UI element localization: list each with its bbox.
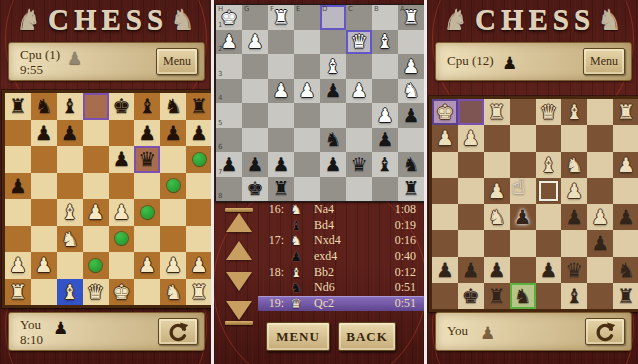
square-a2[interactable]: ♟ xyxy=(5,252,31,279)
square-d4[interactable]: ♟ xyxy=(320,79,346,104)
square-e5[interactable] xyxy=(109,173,135,200)
square-e2[interactable] xyxy=(109,252,135,279)
square-a8[interactable]: ♜ xyxy=(398,177,424,202)
white-bishop[interactable]: ♝ xyxy=(57,199,83,226)
square-h1[interactable]: ♚ xyxy=(432,99,458,125)
white-pawn[interactable]: ♟ xyxy=(83,199,109,226)
square-h1[interactable]: ♜ xyxy=(186,279,211,306)
legal-move-dot[interactable] xyxy=(89,259,102,272)
white-bishop[interactable]: ♝ xyxy=(57,279,83,306)
square-f4[interactable]: ♟ xyxy=(484,178,510,204)
white-bishop[interactable]: ♝ xyxy=(320,54,346,79)
black-knight[interactable]: ♞ xyxy=(160,93,186,120)
square-h7[interactable]: ♟ xyxy=(432,257,458,283)
black-rook[interactable]: ♜ xyxy=(186,93,211,120)
square-a1[interactable]: ♜ xyxy=(613,99,638,125)
black-king[interactable]: ♚ xyxy=(109,93,135,120)
square-e6[interactable] xyxy=(510,230,536,256)
step-back-button[interactable] xyxy=(222,238,256,263)
square-b7[interactable]: ♟ xyxy=(31,120,57,147)
square-c1[interactable]: C xyxy=(346,5,372,30)
square-d8[interactable] xyxy=(320,177,346,202)
black-pawn[interactable]: ♟ xyxy=(587,230,613,256)
square-g3[interactable] xyxy=(458,152,484,178)
square-d5[interactable] xyxy=(536,204,562,230)
square-c4[interactable]: ♟ xyxy=(561,178,587,204)
app-title-text: CHESS xyxy=(48,4,168,37)
square-h4[interactable] xyxy=(432,178,458,204)
black-bishop[interactable]: ♝ xyxy=(134,93,160,120)
square-c3[interactable] xyxy=(346,54,372,79)
square-d3[interactable] xyxy=(83,226,109,253)
square-e3[interactable] xyxy=(294,54,320,79)
right-undo-button[interactable] xyxy=(585,318,625,345)
square-d4[interactable]: ♟ xyxy=(83,199,109,226)
square-d4[interactable] xyxy=(536,178,562,204)
black-pawn[interactable]: ♟ xyxy=(372,128,398,153)
square-h7[interactable]: ♟7 xyxy=(216,152,242,177)
square-g1[interactable] xyxy=(458,99,484,125)
black-pawn[interactable]: ♟ xyxy=(31,120,57,147)
square-h8[interactable]: ♜ xyxy=(186,93,211,120)
square-a6[interactable] xyxy=(613,230,638,256)
square-b7[interactable]: ♝ xyxy=(372,152,398,177)
square-a7[interactable]: ♞ xyxy=(398,152,424,177)
square-c7[interactable]: ♟ xyxy=(57,120,83,147)
square-e4[interactable]: ♟ xyxy=(294,79,320,104)
square-b1[interactable] xyxy=(587,99,613,125)
square-b8[interactable]: ♞ xyxy=(31,93,57,120)
square-f8[interactable]: ♜ xyxy=(268,177,294,202)
square-b2[interactable]: ♟ xyxy=(31,252,57,279)
black-pawn[interactable]: ♟ xyxy=(561,204,587,230)
square-g5[interactable] xyxy=(160,173,186,200)
square-a2[interactable] xyxy=(613,125,638,151)
square-g7[interactable]: ♟ xyxy=(242,152,268,177)
opponent-name: Cpu (1) xyxy=(20,47,60,63)
square-d2[interactable] xyxy=(536,125,562,151)
square-a5[interactable]: ♟ xyxy=(5,173,31,200)
square-a6[interactable] xyxy=(5,146,31,173)
square-f5[interactable] xyxy=(134,173,160,200)
legal-move-dot[interactable] xyxy=(141,206,154,219)
square-d5[interactable] xyxy=(83,173,109,200)
square-e1[interactable] xyxy=(510,99,536,125)
square-b5[interactable] xyxy=(31,173,57,200)
square-g8[interactable]: ♚ xyxy=(458,283,484,309)
square-g4[interactable] xyxy=(242,79,268,104)
square-g6[interactable] xyxy=(458,230,484,256)
black-pawn[interactable]: ♟ xyxy=(320,152,346,177)
white-pawn[interactable]: ♟ xyxy=(5,252,31,279)
square-f6[interactable]: ♛ xyxy=(134,146,160,173)
square-c1[interactable]: ♝ xyxy=(561,99,587,125)
square-f3[interactable] xyxy=(134,226,160,253)
white-rook[interactable]: ♜ xyxy=(613,99,638,125)
square-c3[interactable]: ♞ xyxy=(561,152,587,178)
square-a5[interactable]: ♟ xyxy=(398,103,424,128)
move-row[interactable]: 16:♞Na41:08 xyxy=(258,202,424,218)
left-undo-button[interactable] xyxy=(158,318,198,345)
square-c8[interactable] xyxy=(346,177,372,202)
square-c6[interactable] xyxy=(346,128,372,153)
square-f7[interactable]: ♟ xyxy=(268,152,294,177)
square-d3[interactable]: ♝ xyxy=(320,54,346,79)
move-row[interactable]: 17:♞Nxd40:16 xyxy=(258,233,424,249)
move-row[interactable]: 18:♝Bb20:12 xyxy=(258,264,424,280)
white-knight[interactable]: ♞ xyxy=(561,152,587,178)
square-d6[interactable]: ♞ xyxy=(320,128,346,153)
square-d6[interactable] xyxy=(83,146,109,173)
square-a4[interactable] xyxy=(613,178,638,204)
square-d2[interactable] xyxy=(83,252,109,279)
opponent-pawn-icon: ♟ xyxy=(502,52,517,76)
square-e2[interactable] xyxy=(510,125,536,151)
square-h3[interactable]: 3 xyxy=(216,54,242,79)
white-bishop[interactable]: ♝ xyxy=(561,99,587,125)
square-a8[interactable]: ♜ xyxy=(5,93,31,120)
right-menu-button[interactable]: Menu xyxy=(583,48,625,75)
square-e2[interactable] xyxy=(294,30,320,55)
legal-move-dot[interactable] xyxy=(115,232,128,245)
white-pawn[interactable]: ♟ xyxy=(109,199,135,226)
white-pawn[interactable]: ♟ xyxy=(613,152,638,178)
white-queen[interactable]: ♛ xyxy=(536,99,562,125)
white-pawn[interactable]: ♟ xyxy=(587,204,613,230)
black-pawn[interactable]: ♟ xyxy=(242,152,268,177)
middle-back-button[interactable]: BACK xyxy=(338,322,396,351)
black-pawn[interactable]: ♟ xyxy=(320,79,346,104)
left-menu-button[interactable]: Menu xyxy=(156,48,198,75)
white-pawn[interactable]: ♟ xyxy=(294,79,320,104)
white-knight[interactable]: ♞ xyxy=(484,204,510,230)
skip-to-start-button[interactable] xyxy=(222,207,256,232)
square-c5[interactable]: ♟ xyxy=(561,204,587,230)
square-a3[interactable] xyxy=(5,226,31,253)
white-rook[interactable]: ♜ xyxy=(186,279,211,306)
move-row[interactable]: ♝Bd40:19 xyxy=(258,218,424,234)
square-a4[interactable] xyxy=(5,199,31,226)
rank-label: 4 xyxy=(218,95,222,102)
square-h5[interactable]: 5 xyxy=(216,103,242,128)
white-king[interactable]: ♚ xyxy=(432,99,458,125)
square-h4[interactable] xyxy=(186,199,211,226)
black-rook[interactable]: ♜ xyxy=(398,177,424,202)
square-h6[interactable] xyxy=(186,146,211,173)
black-knight[interactable]: ♞ xyxy=(320,128,346,153)
white-pawn[interactable]: ♟ xyxy=(561,178,587,204)
square-c4[interactable]: ♟ xyxy=(346,79,372,104)
white-king[interactable]: ♚ xyxy=(109,279,135,306)
square-a7[interactable]: ♞ xyxy=(613,257,638,283)
black-king[interactable]: ♚ xyxy=(458,283,484,309)
black-pawn[interactable]: ♟ xyxy=(613,204,638,230)
square-a4[interactable]: ♞ xyxy=(398,79,424,104)
black-pawn[interactable]: ♟ xyxy=(109,146,135,173)
square-e6[interactable]: ♟ xyxy=(109,146,135,173)
white-queen[interactable]: ♛ xyxy=(346,30,372,55)
square-g6[interactable] xyxy=(242,128,268,153)
white-pawn[interactable]: ♟ xyxy=(458,125,484,151)
move-row[interactable]: ♞Nd60:51 xyxy=(258,280,424,296)
square-g2[interactable]: ♟ xyxy=(160,252,186,279)
black-bishop[interactable]: ♝ xyxy=(561,283,587,309)
white-queen[interactable]: ♛ xyxy=(83,279,109,306)
black-pawn[interactable]: ♟ xyxy=(57,120,83,147)
white-pawn[interactable]: ♟ xyxy=(484,178,510,204)
black-rook[interactable]: ♜ xyxy=(613,283,638,309)
square-c7[interactable]: ♛ xyxy=(561,257,587,283)
square-d7[interactable]: ♟ xyxy=(536,257,562,283)
square-f4[interactable] xyxy=(134,199,160,226)
middle-menu-button[interactable]: MENU xyxy=(266,322,330,351)
square-g8[interactable]: ♞ xyxy=(160,93,186,120)
square-h8[interactable] xyxy=(432,283,458,309)
square-g4[interactable] xyxy=(458,178,484,204)
square-e8[interactable]: ♞ xyxy=(510,283,536,309)
square-a2[interactable] xyxy=(398,30,424,55)
black-queen[interactable]: ♛ xyxy=(134,146,160,173)
square-h2[interactable]: ♟ xyxy=(186,252,211,279)
square-b6[interactable] xyxy=(31,146,57,173)
white-knight[interactable]: ♞ xyxy=(57,226,83,253)
square-b4[interactable] xyxy=(372,79,398,104)
square-h7[interactable]: ♟ xyxy=(186,120,211,147)
white-knight[interactable]: ♞ xyxy=(160,279,186,306)
square-e7[interactable] xyxy=(109,120,135,147)
square-d3[interactable]: ♝ xyxy=(536,152,562,178)
white-knight[interactable]: ♞ xyxy=(398,79,424,104)
square-e4[interactable]: ♟ xyxy=(109,199,135,226)
skip-to-end-button[interactable] xyxy=(222,300,256,325)
square-c5[interactable] xyxy=(346,103,372,128)
square-d5[interactable] xyxy=(320,103,346,128)
square-g3[interactable] xyxy=(160,226,186,253)
square-b7[interactable] xyxy=(587,257,613,283)
black-pawn[interactable]: ♟ xyxy=(510,204,536,230)
square-h3[interactable] xyxy=(432,152,458,178)
square-b3[interactable] xyxy=(31,226,57,253)
square-d7[interactable]: ♟ xyxy=(320,152,346,177)
square-f8[interactable]: ♝ xyxy=(134,93,160,120)
square-g6[interactable] xyxy=(160,146,186,173)
square-d8[interactable] xyxy=(83,93,109,120)
square-b6[interactable]: ♟ xyxy=(587,230,613,256)
square-g4[interactable] xyxy=(160,199,186,226)
screenshots-strip: ♞ CHESS ♞ Cpu (1) ♟ 9:55 Menu ♜♞♝♚♝♞♜♟♟♟… xyxy=(0,0,638,364)
square-e6[interactable] xyxy=(294,128,320,153)
white-pawn[interactable]: ♟ xyxy=(346,79,372,104)
square-h5[interactable] xyxy=(432,204,458,230)
square-a6[interactable] xyxy=(398,128,424,153)
square-b8[interactable] xyxy=(372,177,398,202)
square-f2[interactable] xyxy=(268,30,294,55)
square-b5[interactable]: ♟ xyxy=(372,103,398,128)
black-pawn[interactable]: ♟ xyxy=(160,120,186,147)
square-f2[interactable]: ♟ xyxy=(134,252,160,279)
square-g1[interactable]: G xyxy=(242,5,268,30)
square-h4[interactable]: 4 xyxy=(216,79,242,104)
square-f1[interactable]: ♜F xyxy=(268,5,294,30)
square-g5[interactable] xyxy=(458,204,484,230)
square-e7[interactable] xyxy=(294,152,320,177)
square-f1[interactable] xyxy=(134,279,160,306)
square-e4[interactable]: ☝ xyxy=(510,178,536,204)
square-f4[interactable]: ♟ xyxy=(268,79,294,104)
black-knight[interactable]: ♞ xyxy=(31,93,57,120)
square-b2[interactable]: ♝ xyxy=(372,30,398,55)
black-pawn[interactable]: ♟ xyxy=(268,152,294,177)
square-c8[interactable]: ♝ xyxy=(561,283,587,309)
white-pawn[interactable]: ♟ xyxy=(31,252,57,279)
square-c2[interactable] xyxy=(57,252,83,279)
square-e8[interactable] xyxy=(294,177,320,202)
white-bishop[interactable]: ♝ xyxy=(372,30,398,55)
square-c3[interactable]: ♞ xyxy=(57,226,83,253)
square-g2[interactable]: ♟ xyxy=(458,125,484,151)
square-b6[interactable]: ♟ xyxy=(372,128,398,153)
square-g1[interactable]: ♞ xyxy=(160,279,186,306)
square-b1[interactable] xyxy=(31,279,57,306)
square-b1[interactable]: B xyxy=(372,5,398,30)
square-d1[interactable]: D xyxy=(320,5,346,30)
square-d2[interactable] xyxy=(320,30,346,55)
square-g7[interactable]: ♟ xyxy=(458,257,484,283)
square-f6[interactable] xyxy=(268,128,294,153)
square-b3[interactable] xyxy=(587,152,613,178)
square-b4[interactable] xyxy=(587,178,613,204)
square-c2[interactable]: ♛ xyxy=(346,30,372,55)
square-g3[interactable] xyxy=(242,54,268,79)
square-a5[interactable]: ♟ xyxy=(613,204,638,230)
black-bishop[interactable]: ♝ xyxy=(57,93,83,120)
square-b3[interactable] xyxy=(372,54,398,79)
square-c5[interactable] xyxy=(57,173,83,200)
square-a3[interactable]: ♟ xyxy=(398,54,424,79)
square-f2[interactable] xyxy=(484,125,510,151)
square-g5[interactable] xyxy=(242,103,268,128)
square-c7[interactable]: ♛ xyxy=(346,152,372,177)
square-f3[interactable] xyxy=(484,152,510,178)
square-h6[interactable] xyxy=(432,230,458,256)
black-pawn[interactable]: ♟ xyxy=(5,173,31,200)
square-h2[interactable]: ♟ xyxy=(432,125,458,151)
black-knight[interactable]: ♞ xyxy=(510,283,536,309)
square-d8[interactable] xyxy=(536,283,562,309)
black-knight[interactable]: ♞ xyxy=(398,152,424,177)
square-a3[interactable]: ♟ xyxy=(613,152,638,178)
white-pawn[interactable]: ♟ xyxy=(160,252,186,279)
move-row[interactable]: ♟exd40:40 xyxy=(258,249,424,265)
square-f7[interactable]: ♟ xyxy=(484,257,510,283)
square-f5[interactable] xyxy=(268,103,294,128)
square-f8[interactable]: ♜ xyxy=(484,283,510,309)
black-rook[interactable]: ♜ xyxy=(268,177,294,202)
square-h5[interactable] xyxy=(186,173,211,200)
square-c8[interactable]: ♝ xyxy=(57,93,83,120)
square-f7[interactable]: ♟ xyxy=(134,120,160,147)
white-pawn[interactable]: ♟ xyxy=(134,252,160,279)
square-c2[interactable] xyxy=(561,125,587,151)
square-h1[interactable]: ♚H1 xyxy=(216,5,242,30)
square-e5[interactable]: ♟ xyxy=(510,204,536,230)
square-f3[interactable] xyxy=(268,54,294,79)
square-e3[interactable] xyxy=(109,226,135,253)
square-a8[interactable]: ♜ xyxy=(613,283,638,309)
black-pawn[interactable]: ♟ xyxy=(398,103,424,128)
square-f1[interactable]: ♜ xyxy=(484,99,510,125)
square-h8[interactable]: 8 xyxy=(216,177,242,202)
square-c6[interactable] xyxy=(57,146,83,173)
black-pawn[interactable]: ♟ xyxy=(432,257,458,283)
square-c1[interactable]: ♝ xyxy=(57,279,83,306)
black-pawn[interactable]: ♟ xyxy=(484,257,510,283)
black-king[interactable]: ♚ xyxy=(242,177,268,202)
square-d6[interactable] xyxy=(536,230,562,256)
square-d7[interactable] xyxy=(83,120,109,147)
white-rook[interactable]: ♜ xyxy=(5,279,31,306)
square-b5[interactable]: ♟ xyxy=(587,204,613,230)
square-a1[interactable]: ♜A xyxy=(398,5,424,30)
black-queen[interactable]: ♛ xyxy=(346,152,372,177)
square-e1[interactable]: E xyxy=(294,5,320,30)
square-h2[interactable]: ♟2 xyxy=(216,30,242,55)
square-a7[interactable] xyxy=(5,120,31,147)
black-pawn[interactable]: ♟ xyxy=(134,120,160,147)
white-pawn[interactable]: ♟ xyxy=(186,252,211,279)
black-knight[interactable]: ♞ xyxy=(613,257,638,283)
white-rook[interactable]: ♜ xyxy=(484,99,510,125)
square-f5[interactable]: ♞ xyxy=(484,204,510,230)
square-d1[interactable]: ♛ xyxy=(536,99,562,125)
square-b4[interactable] xyxy=(31,199,57,226)
black-rook[interactable]: ♜ xyxy=(484,283,510,309)
white-pawn[interactable]: ♟ xyxy=(242,30,268,55)
legal-move-dot[interactable] xyxy=(193,153,206,166)
square-g8[interactable]: ♚ xyxy=(242,177,268,202)
white-pawn[interactable]: ♟ xyxy=(432,125,458,151)
square-a1[interactable]: ♜ xyxy=(5,279,31,306)
white-bishop[interactable]: ♝ xyxy=(536,152,562,178)
square-g7[interactable]: ♟ xyxy=(160,120,186,147)
step-forward-button[interactable] xyxy=(222,269,256,294)
square-f6[interactable] xyxy=(484,230,510,256)
square-c4[interactable]: ♝ xyxy=(57,199,83,226)
move-row[interactable]: 19:♛Qc20:51 xyxy=(258,296,424,312)
black-pawn[interactable]: ♟ xyxy=(186,120,211,147)
black-queen[interactable]: ♛ xyxy=(561,257,587,283)
square-h6[interactable]: 6 xyxy=(216,128,242,153)
square-h3[interactable] xyxy=(186,226,211,253)
legal-move-dot[interactable] xyxy=(167,179,180,192)
square-b8[interactable] xyxy=(587,283,613,309)
square-e5[interactable] xyxy=(294,103,320,128)
black-pawn[interactable]: ♟ xyxy=(536,257,562,283)
black-pawn[interactable]: ♟ xyxy=(458,257,484,283)
black-bishop[interactable]: ♝ xyxy=(372,152,398,177)
square-e8[interactable]: ♚ xyxy=(109,93,135,120)
square-g2[interactable]: ♟ xyxy=(242,30,268,55)
square-c6[interactable] xyxy=(561,230,587,256)
white-pawn[interactable]: ♟ xyxy=(398,54,424,79)
square-b2[interactable] xyxy=(587,125,613,151)
white-pawn[interactable]: ♟ xyxy=(372,103,398,128)
black-rook[interactable]: ♜ xyxy=(5,93,31,120)
square-e1[interactable]: ♚ xyxy=(109,279,135,306)
white-pawn[interactable]: ♟ xyxy=(268,79,294,104)
square-d1[interactable]: ♛ xyxy=(83,279,109,306)
square-e7[interactable] xyxy=(510,257,536,283)
